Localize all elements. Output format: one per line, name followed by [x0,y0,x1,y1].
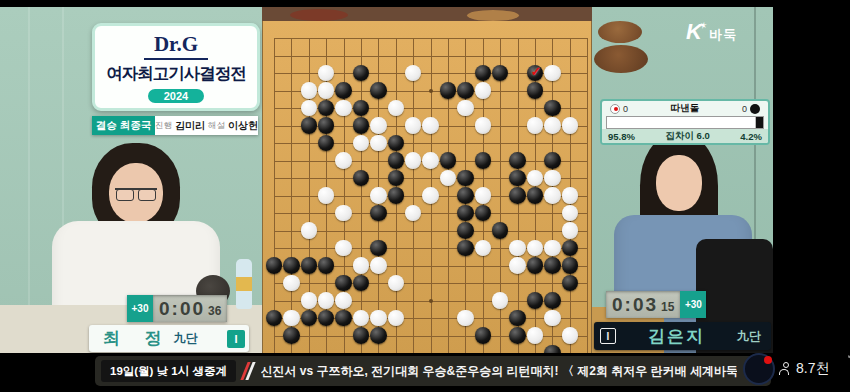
white-stone [544,170,561,187]
black-stone [527,257,544,274]
white-stone [370,117,387,134]
water-bottle-icon [236,259,252,309]
channel-logo-text: 바둑 [709,26,737,44]
black-stone [353,275,370,292]
grid-line [587,38,588,353]
black-stone [301,310,318,327]
black-stone [562,240,579,257]
black-stone [440,82,457,99]
white-stone [405,205,422,222]
white-stone [301,100,318,117]
black-stone [475,205,492,222]
last-move-marker: ✓ [531,64,542,79]
left-player-rank: 九단 [174,330,227,347]
white-stone [335,292,352,309]
right-clock-seconds: 15 [661,300,674,314]
black-stone [509,327,526,344]
player-chrome-corner [832,355,850,381]
winrate-bar [606,116,764,129]
black-stone [283,327,300,344]
white-stone [509,257,526,274]
black-stone [544,345,561,353]
winrate-bar-white [607,117,756,128]
black-stone [509,187,526,204]
black-stone [283,257,300,274]
black-stone [318,100,335,117]
black-stone [457,170,474,187]
score-difference: 집차이 6.0 [665,130,709,143]
black-stone [544,100,561,117]
black-stone [527,82,544,99]
ai-winrate-panel: 0 따낸돌 0 95.8% 집차이 6.0 4.2% [600,99,770,145]
white-stone [544,310,561,327]
go-bowl-icon [598,21,642,43]
white-stone [353,257,370,274]
host-name: 김미리 [175,119,205,133]
black-stone [475,65,492,82]
right-clock-display: 0:03 15 [606,291,680,318]
white-stone [562,187,579,204]
schedule-badge: 19일(월) 낮 1시 생중계 [101,360,236,382]
black-winrate: 4.2% [740,131,762,142]
captures-row: 0 따낸돌 0 [602,101,768,116]
left-player-clock: +30 0:00 36 [127,295,227,322]
winrate-row: 95.8% 집차이 6.0 4.2% [602,129,768,143]
white-stone [318,65,335,82]
white-stone [527,327,544,344]
black-stone [457,187,474,204]
white-stone [527,240,544,257]
white-stone [527,117,544,134]
black-stone [353,327,370,344]
white-stone [335,152,352,169]
event-sub-bar: 결승 최종국 진행 김미리 해설 이상헌 [92,116,258,135]
white-stone [562,327,579,344]
white-stone [422,187,439,204]
white-stone [562,222,579,239]
white-stone [440,170,457,187]
viewer-count-value: 8.7천 [796,360,829,378]
white-stone [388,100,405,117]
black-stone [353,65,370,82]
white-stone [544,187,561,204]
white-stone [388,275,405,292]
white-stone [544,65,561,82]
white-stone [353,310,370,327]
channel-logo-circle [743,353,775,385]
black-stone [475,327,492,344]
event-title: 여자최고기사결정전 [95,63,257,85]
white-stone [335,100,352,117]
grid-line [274,231,587,232]
white-stone [335,240,352,257]
white-stone [422,117,439,134]
right-byoyomi-badge: +30 [680,291,706,318]
white-stone [544,117,561,134]
black-stone [318,310,335,327]
white-stone [457,310,474,327]
black-stone [509,310,526,327]
black-stone [301,257,318,274]
news-ticker: 19일(월) 낮 1시 생중계 신진서 vs 구쯔하오, 전기대회 우승&준우승… [95,356,771,386]
star-icon: ✶ [698,19,709,32]
white-stone [475,187,492,204]
black-stone [509,152,526,169]
black-stone [544,292,561,309]
white-stone [301,292,318,309]
black-stone [544,257,561,274]
go-bowl-icon [467,10,519,21]
white-stone [405,65,422,82]
goban: ✓ [262,21,592,353]
white-stone [475,240,492,257]
white-stone [318,292,335,309]
white-winrate: 95.8% [608,131,635,142]
black-stone [335,82,352,99]
left-clock-time: 0:00 [159,298,205,320]
wall-seam [28,7,30,353]
video-frame: Dr.G 여자최고기사결정전 2024 결승 최종국 진행 김미리 해설 이상헌… [0,7,773,353]
shelf-behind-board [262,7,592,21]
white-captures: 0 [623,104,628,114]
broadcast-frame: Dr.G 여자최고기사결정전 2024 결승 최종국 진행 김미리 해설 이상헌… [0,0,850,392]
white-stone [422,152,439,169]
white-stone [370,187,387,204]
star-point [429,299,433,303]
white-stone [370,135,387,152]
black-stone [353,100,370,117]
commentary-name: 이상헌 [228,119,258,133]
white-stone [544,240,561,257]
white-stone [318,82,335,99]
right-player-nameplate: I 김은지 九단 [594,322,771,350]
white-stone [301,82,318,99]
white-stone [457,100,474,117]
channel-logo: K ✶ 바둑 [686,19,737,45]
black-stone [388,152,405,169]
black-stone [388,135,405,152]
black-stone [353,117,370,134]
black-stone [457,240,474,257]
white-stone [318,187,335,204]
host-label: 진행 [155,120,172,132]
black-stone [544,152,561,169]
person-icon [779,362,792,376]
black-stone [266,310,283,327]
grid-line [274,213,587,214]
black-stone [527,187,544,204]
crew-credits: 진행 김미리 해설 이상헌 [155,116,258,135]
right-player-rank: 九단 [737,328,761,345]
black-stone-icon [750,104,760,114]
white-stone [509,240,526,257]
black-stone [335,310,352,327]
black-stone [509,170,526,187]
right-player-name: 김은지 [616,325,737,348]
white-stone [475,117,492,134]
black-stone [370,205,387,222]
black-stone [318,135,335,152]
black-stone [266,257,283,274]
black-stone [335,275,352,292]
left-byoyomi-badge: +30 [127,295,153,322]
black-stone [492,222,509,239]
ticker-headline: 신진서 vs 구쯔하오, 전기대회 우승&준우승의 리턴매치! 〈 제2회 취저… [261,363,737,380]
black-captures: 0 [742,104,747,114]
left-series-badge: I [227,330,245,348]
captures-label: 따낸돌 [671,102,700,115]
black-stone [370,327,387,344]
black-stone [527,292,544,309]
grid-line [274,283,587,284]
white-stone [562,205,579,222]
right-series-badge: I [600,328,616,344]
black-stone [457,205,474,222]
black-stone [301,117,318,134]
left-player-name: 최 정 [103,327,172,350]
right-player-face [656,155,702,211]
white-stone [283,310,300,327]
black-stone [457,82,474,99]
go-bowl-icon [290,9,348,21]
white-stone-icon [610,104,620,114]
white-stone [370,310,387,327]
black-stone [562,275,579,292]
sponsor-brand: Dr.G [144,32,208,60]
white-stone [405,152,422,169]
black-stone [475,152,492,169]
commentary-label: 해설 [208,120,225,132]
white-stone [492,292,509,309]
black-stone [370,82,387,99]
left-clock-display: 0:00 36 [153,295,227,322]
left-clock-seconds: 36 [208,304,221,318]
event-title-card: Dr.G 여자최고기사결정전 2024 [92,23,260,111]
right-clock-time: 0:03 [612,294,658,316]
white-stone [335,205,352,222]
white-stone [301,222,318,239]
stage-badge: 결승 최종국 [92,116,155,135]
black-stone [388,170,405,187]
left-player-nameplate: 최 정 九단 I [89,325,249,352]
black-stone [353,170,370,187]
black-stone [457,222,474,239]
white-stone [527,170,544,187]
black-stone [388,187,405,204]
winrate-bar-black [756,117,763,128]
black-stone [562,257,579,274]
black-stone [492,65,509,82]
white-stone [283,275,300,292]
white-stone [370,257,387,274]
white-stone [405,117,422,134]
white-stone [388,310,405,327]
black-stone [318,117,335,134]
viewer-count: 8.7천 [779,360,829,378]
white-stone [353,135,370,152]
right-player-clock: 0:03 15 +30 [606,291,706,318]
black-stone [440,152,457,169]
white-stone [475,82,492,99]
event-year-badge: 2024 [148,89,204,103]
black-stone [318,257,335,274]
star-point [429,89,433,93]
go-bowl-icon [594,45,648,73]
white-stone [562,117,579,134]
black-stone [370,240,387,257]
left-player-glasses [115,188,157,199]
